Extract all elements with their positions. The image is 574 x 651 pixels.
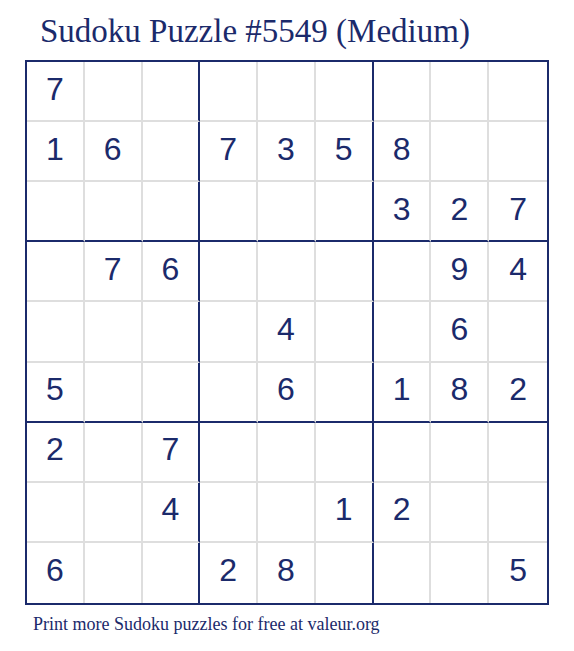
sudoku-cell-r8c4	[200, 483, 258, 543]
sudoku-cell-r2c1: 1	[27, 122, 85, 182]
sudoku-cell-r2c4: 7	[200, 122, 258, 182]
sudoku-cell-r5c9	[489, 302, 547, 362]
sudoku-cell-r1c4	[200, 62, 258, 122]
sudoku-cell-r1c3	[143, 62, 201, 122]
sudoku-cell-r8c7: 2	[374, 483, 432, 543]
sudoku-cell-r2c2: 6	[85, 122, 143, 182]
sudoku-cell-r2c6: 5	[316, 122, 374, 182]
sudoku-cell-r7c7	[374, 423, 432, 483]
sudoku-cell-r5c5: 4	[258, 302, 316, 362]
sudoku-cell-r6c6	[316, 363, 374, 423]
sudoku-cell-r7c4	[200, 423, 258, 483]
sudoku-cell-r9c5: 8	[258, 543, 316, 603]
sudoku-cell-r1c7	[374, 62, 432, 122]
sudoku-cell-r6c1: 5	[27, 363, 85, 423]
sudoku-cell-r7c2	[85, 423, 143, 483]
sudoku-cell-r6c8: 8	[431, 363, 489, 423]
sudoku-cell-r5c6	[316, 302, 374, 362]
sudoku-cell-r4c4	[200, 242, 258, 302]
sudoku-cell-r5c2	[85, 302, 143, 362]
sudoku-cell-r3c8: 2	[431, 182, 489, 242]
sudoku-cell-r5c8: 6	[431, 302, 489, 362]
sudoku-cell-r7c3: 7	[143, 423, 201, 483]
sudoku-cell-r3c7: 3	[374, 182, 432, 242]
sudoku-cell-r7c1: 2	[27, 423, 85, 483]
sudoku-cell-r8c6: 1	[316, 483, 374, 543]
sudoku-cell-r3c9: 7	[489, 182, 547, 242]
sudoku-cell-r1c2	[85, 62, 143, 122]
sudoku-cell-r9c7	[374, 543, 432, 603]
sudoku-cell-r3c5	[258, 182, 316, 242]
sudoku-cell-r6c7: 1	[374, 363, 432, 423]
sudoku-cell-r6c5: 6	[258, 363, 316, 423]
sudoku-cell-r1c5	[258, 62, 316, 122]
sudoku-cell-r9c2	[85, 543, 143, 603]
sudoku-cell-r3c4	[200, 182, 258, 242]
sudoku-cell-r4c7	[374, 242, 432, 302]
footer-note: Print more Sudoku puzzles for free at va…	[33, 614, 380, 635]
sudoku-cell-r9c4: 2	[200, 543, 258, 603]
sudoku-cell-r8c9	[489, 483, 547, 543]
sudoku-cell-r1c1: 7	[27, 62, 85, 122]
sudoku-cell-r1c8	[431, 62, 489, 122]
sudoku-cell-r4c1	[27, 242, 85, 302]
sudoku-cell-r8c1	[27, 483, 85, 543]
sudoku-cell-r7c6	[316, 423, 374, 483]
sudoku-cell-r4c2: 7	[85, 242, 143, 302]
sudoku-cell-r3c1	[27, 182, 85, 242]
sudoku-cell-r9c8	[431, 543, 489, 603]
sudoku-cell-r9c1: 6	[27, 543, 85, 603]
sudoku-cell-r5c1	[27, 302, 85, 362]
sudoku-cell-r5c7	[374, 302, 432, 362]
sudoku-cell-r2c5: 3	[258, 122, 316, 182]
sudoku-cell-r3c3	[143, 182, 201, 242]
sudoku-cell-r6c2	[85, 363, 143, 423]
sudoku-cell-r7c9	[489, 423, 547, 483]
sudoku-cell-r9c9: 5	[489, 543, 547, 603]
page-title: Sudoku Puzzle #5549 (Medium)	[40, 13, 470, 50]
sudoku-cell-r2c7: 8	[374, 122, 432, 182]
sudoku-cell-r6c3	[143, 363, 201, 423]
sudoku-cell-r9c6	[316, 543, 374, 603]
sudoku-cell-r5c3	[143, 302, 201, 362]
sudoku-cell-r4c9: 4	[489, 242, 547, 302]
sudoku-cell-r8c8	[431, 483, 489, 543]
sudoku-cell-r2c9	[489, 122, 547, 182]
sudoku-cell-r4c5	[258, 242, 316, 302]
sudoku-cell-r6c4	[200, 363, 258, 423]
sudoku-cell-r4c3: 6	[143, 242, 201, 302]
sudoku-cell-r5c4	[200, 302, 258, 362]
sudoku-cell-r8c5	[258, 483, 316, 543]
sudoku-cell-r8c2	[85, 483, 143, 543]
sudoku-cell-r6c9: 2	[489, 363, 547, 423]
sudoku-cell-r8c3: 4	[143, 483, 201, 543]
sudoku-cell-r4c6	[316, 242, 374, 302]
sudoku-page: Sudoku Puzzle #5549 (Medium) 71673583277…	[0, 0, 574, 651]
sudoku-cell-r3c6	[316, 182, 374, 242]
sudoku-cell-r7c5	[258, 423, 316, 483]
sudoku-cell-r7c8	[431, 423, 489, 483]
sudoku-cell-r1c6	[316, 62, 374, 122]
sudoku-grid: 716735832776944656182274126285	[25, 60, 549, 605]
sudoku-cell-r2c3	[143, 122, 201, 182]
sudoku-cell-r2c8	[431, 122, 489, 182]
sudoku-cell-r4c8: 9	[431, 242, 489, 302]
sudoku-cell-r3c2	[85, 182, 143, 242]
sudoku-cell-r9c3	[143, 543, 201, 603]
sudoku-cell-r1c9	[489, 62, 547, 122]
